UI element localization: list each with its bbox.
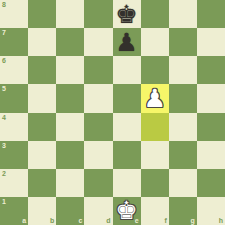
square-e3[interactable] bbox=[113, 141, 141, 169]
square-h1[interactable]: h bbox=[197, 197, 225, 225]
square-c5[interactable] bbox=[56, 84, 84, 112]
square-d5[interactable] bbox=[84, 84, 112, 112]
square-c4[interactable] bbox=[56, 113, 84, 141]
square-d8[interactable] bbox=[84, 0, 112, 28]
square-h6[interactable] bbox=[197, 56, 225, 84]
white-pawn[interactable]: ♟ bbox=[143, 86, 165, 111]
square-a6[interactable]: 6 bbox=[0, 56, 28, 84]
square-a8[interactable]: 8 bbox=[0, 0, 28, 28]
square-f5[interactable]: ♟ bbox=[141, 84, 169, 112]
chess-board: 8♚7♟65♟4321abcde♚fgh bbox=[0, 0, 225, 225]
square-e5[interactable] bbox=[113, 84, 141, 112]
square-d7[interactable] bbox=[84, 28, 112, 56]
rank-label-4: 4 bbox=[2, 114, 6, 121]
square-g7[interactable] bbox=[169, 28, 197, 56]
square-g2[interactable] bbox=[169, 169, 197, 197]
square-c3[interactable] bbox=[56, 141, 84, 169]
square-e1[interactable]: e♚ bbox=[113, 197, 141, 225]
square-e7[interactable]: ♟ bbox=[113, 28, 141, 56]
square-e2[interactable] bbox=[113, 169, 141, 197]
square-g3[interactable] bbox=[169, 141, 197, 169]
rank-label-1: 1 bbox=[2, 198, 6, 205]
square-d2[interactable] bbox=[84, 169, 112, 197]
square-a2[interactable]: 2 bbox=[0, 169, 28, 197]
square-b2[interactable] bbox=[28, 169, 56, 197]
file-label-d: d bbox=[106, 217, 110, 224]
square-h2[interactable] bbox=[197, 169, 225, 197]
file-label-b: b bbox=[50, 217, 54, 224]
square-c6[interactable] bbox=[56, 56, 84, 84]
square-h8[interactable] bbox=[197, 0, 225, 28]
square-g1[interactable]: g bbox=[169, 197, 197, 225]
square-f2[interactable] bbox=[141, 169, 169, 197]
file-label-f: f bbox=[164, 217, 166, 224]
square-b8[interactable] bbox=[28, 0, 56, 28]
square-g4[interactable] bbox=[169, 113, 197, 141]
square-c2[interactable] bbox=[56, 169, 84, 197]
square-d6[interactable] bbox=[84, 56, 112, 84]
square-e8[interactable]: ♚ bbox=[113, 0, 141, 28]
square-b6[interactable] bbox=[28, 56, 56, 84]
file-label-g: g bbox=[191, 217, 195, 224]
square-f6[interactable] bbox=[141, 56, 169, 84]
square-c1[interactable]: c bbox=[56, 197, 84, 225]
square-h5[interactable] bbox=[197, 84, 225, 112]
square-a3[interactable]: 3 bbox=[0, 141, 28, 169]
rank-label-2: 2 bbox=[2, 170, 6, 177]
square-b4[interactable] bbox=[28, 113, 56, 141]
square-b1[interactable]: b bbox=[28, 197, 56, 225]
black-king[interactable]: ♚ bbox=[115, 2, 137, 27]
square-b5[interactable] bbox=[28, 84, 56, 112]
square-f8[interactable] bbox=[141, 0, 169, 28]
square-h3[interactable] bbox=[197, 141, 225, 169]
file-label-h: h bbox=[219, 217, 223, 224]
square-b7[interactable] bbox=[28, 28, 56, 56]
square-a4[interactable]: 4 bbox=[0, 113, 28, 141]
rank-label-7: 7 bbox=[2, 29, 6, 36]
square-e6[interactable] bbox=[113, 56, 141, 84]
black-pawn[interactable]: ♟ bbox=[115, 30, 137, 55]
square-c8[interactable] bbox=[56, 0, 84, 28]
rank-label-5: 5 bbox=[2, 85, 6, 92]
square-d4[interactable] bbox=[84, 113, 112, 141]
square-f4[interactable] bbox=[141, 113, 169, 141]
square-g6[interactable] bbox=[169, 56, 197, 84]
square-h4[interactable] bbox=[197, 113, 225, 141]
rank-label-8: 8 bbox=[2, 1, 6, 8]
rank-label-3: 3 bbox=[2, 142, 6, 149]
file-label-c: c bbox=[78, 217, 82, 224]
square-a7[interactable]: 7 bbox=[0, 28, 28, 56]
square-g5[interactable] bbox=[169, 84, 197, 112]
rank-label-6: 6 bbox=[2, 57, 6, 64]
square-f1[interactable]: f bbox=[141, 197, 169, 225]
square-c7[interactable] bbox=[56, 28, 84, 56]
square-h7[interactable] bbox=[197, 28, 225, 56]
square-a1[interactable]: 1a bbox=[0, 197, 28, 225]
square-e4[interactable] bbox=[113, 113, 141, 141]
square-b3[interactable] bbox=[28, 141, 56, 169]
square-a5[interactable]: 5 bbox=[0, 84, 28, 112]
white-king[interactable]: ♚ bbox=[115, 198, 137, 223]
square-d1[interactable]: d bbox=[84, 197, 112, 225]
file-label-a: a bbox=[22, 217, 26, 224]
square-f3[interactable] bbox=[141, 141, 169, 169]
square-g8[interactable] bbox=[169, 0, 197, 28]
square-f7[interactable] bbox=[141, 28, 169, 56]
square-d3[interactable] bbox=[84, 141, 112, 169]
